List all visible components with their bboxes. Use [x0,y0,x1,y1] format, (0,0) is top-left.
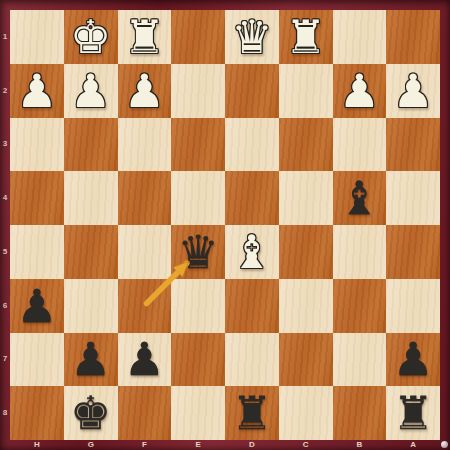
white-bishop-d5[interactable]: ♝ [231,229,272,275]
square-a6[interactable] [386,279,440,333]
white-queen-d1[interactable]: ♛ [231,14,272,60]
square-a1[interactable] [386,10,440,64]
square-g2[interactable]: ♟ [64,64,118,118]
square-f4[interactable] [118,171,172,225]
square-f3[interactable] [118,118,172,172]
square-e8[interactable] [171,386,225,440]
rank-label-5: 5 [0,247,10,257]
black-rook-a8[interactable]: ♜ [393,390,434,436]
chessboard-window: ♚♜♛♜♟♟♟♟♟♝♛♝♟♟♟♟♚♜♜ 12345678HGFEDCBA [0,0,450,450]
rank-label-1: 1 [0,32,10,42]
rank-label-7: 7 [0,354,10,364]
file-label-g: G [64,440,118,450]
rank-label-3: 3 [0,139,10,149]
file-label-d: D [225,440,279,450]
square-a7[interactable]: ♟ [386,333,440,387]
file-label-c: C [279,440,333,450]
square-d4[interactable] [225,171,279,225]
square-g6[interactable] [64,279,118,333]
square-b8[interactable] [333,386,387,440]
square-e5[interactable]: ♛ [171,225,225,279]
square-h8[interactable] [10,386,64,440]
square-h1[interactable] [10,10,64,64]
square-e3[interactable] [171,118,225,172]
square-f1[interactable]: ♜ [118,10,172,64]
square-e1[interactable] [171,10,225,64]
square-g4[interactable] [64,171,118,225]
square-b5[interactable] [333,225,387,279]
white-pawn-g2[interactable]: ♟ [70,68,111,114]
square-c6[interactable] [279,279,333,333]
file-label-e: E [171,440,225,450]
square-b2[interactable]: ♟ [333,64,387,118]
rank-label-2: 2 [0,86,10,96]
square-d7[interactable] [225,333,279,387]
square-c2[interactable] [279,64,333,118]
white-pawn-f2[interactable]: ♟ [124,68,165,114]
corner-dot [441,441,448,448]
square-c1[interactable]: ♜ [279,10,333,64]
square-g8[interactable]: ♚ [64,386,118,440]
file-label-b: B [333,440,387,450]
black-pawn-a7[interactable]: ♟ [393,336,434,382]
square-g5[interactable] [64,225,118,279]
square-f5[interactable] [118,225,172,279]
black-king-g8[interactable]: ♚ [70,390,111,436]
square-d3[interactable] [225,118,279,172]
square-d6[interactable] [225,279,279,333]
white-king-g1[interactable]: ♚ [70,14,111,60]
square-e7[interactable] [171,333,225,387]
square-b3[interactable] [333,118,387,172]
square-f7[interactable]: ♟ [118,333,172,387]
file-label-f: F [118,440,172,450]
square-h2[interactable]: ♟ [10,64,64,118]
white-rook-f1[interactable]: ♜ [124,14,165,60]
square-g3[interactable] [64,118,118,172]
file-label-h: H [10,440,64,450]
square-a4[interactable] [386,171,440,225]
square-h4[interactable] [10,171,64,225]
square-a3[interactable] [386,118,440,172]
square-d5[interactable]: ♝ [225,225,279,279]
square-a5[interactable] [386,225,440,279]
square-b4[interactable]: ♝ [333,171,387,225]
square-h7[interactable] [10,333,64,387]
square-d2[interactable] [225,64,279,118]
square-g7[interactable]: ♟ [64,333,118,387]
black-bishop-b4[interactable]: ♝ [339,175,380,221]
square-h3[interactable] [10,118,64,172]
black-pawn-f7[interactable]: ♟ [124,336,165,382]
square-e4[interactable] [171,171,225,225]
square-d8[interactable]: ♜ [225,386,279,440]
square-h5[interactable] [10,225,64,279]
square-f8[interactable] [118,386,172,440]
square-h6[interactable]: ♟ [10,279,64,333]
white-pawn-b2[interactable]: ♟ [339,68,380,114]
square-f2[interactable]: ♟ [118,64,172,118]
rank-label-8: 8 [0,408,10,418]
square-f6[interactable] [118,279,172,333]
square-c5[interactable] [279,225,333,279]
square-g1[interactable]: ♚ [64,10,118,64]
square-a2[interactable]: ♟ [386,64,440,118]
square-b1[interactable] [333,10,387,64]
square-d1[interactable]: ♛ [225,10,279,64]
white-pawn-a2[interactable]: ♟ [393,68,434,114]
square-e6[interactable] [171,279,225,333]
square-c8[interactable] [279,386,333,440]
square-c4[interactable] [279,171,333,225]
square-e2[interactable] [171,64,225,118]
black-pawn-g7[interactable]: ♟ [70,336,111,382]
square-c7[interactable] [279,333,333,387]
square-b7[interactable] [333,333,387,387]
black-pawn-h6[interactable]: ♟ [16,283,57,329]
square-c3[interactable] [279,118,333,172]
black-rook-d8[interactable]: ♜ [231,390,272,436]
file-label-a: A [386,440,440,450]
square-b6[interactable] [333,279,387,333]
white-pawn-h2[interactable]: ♟ [16,68,57,114]
white-rook-c1[interactable]: ♜ [285,14,326,60]
rank-label-4: 4 [0,193,10,203]
rank-label-6: 6 [0,301,10,311]
black-queen-e5[interactable]: ♛ [178,229,219,275]
chessboard[interactable]: ♚♜♛♜♟♟♟♟♟♝♛♝♟♟♟♟♚♜♜ [10,10,440,440]
square-a8[interactable]: ♜ [386,386,440,440]
